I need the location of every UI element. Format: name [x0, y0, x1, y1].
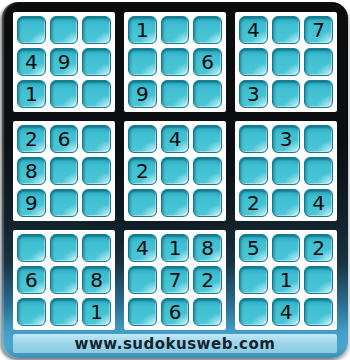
cell-r3c4: 9: [128, 80, 157, 108]
box-4: 2689: [13, 121, 115, 221]
cell-r9c4[interactable]: [128, 298, 157, 326]
cell-r1c7: 4: [239, 16, 268, 44]
cell-r3c2[interactable]: [50, 80, 79, 108]
box-6: 324: [235, 121, 337, 221]
cell-r1c8[interactable]: [272, 16, 301, 44]
box-5: 42: [124, 121, 226, 221]
cell-r4c8: 3: [272, 125, 301, 153]
cell-r8c3: 8: [82, 266, 111, 294]
cell-r1c9: 7: [304, 16, 333, 44]
cell-r9c8: 4: [272, 298, 301, 326]
cell-r6c9: 4: [304, 189, 333, 217]
cell-r4c7[interactable]: [239, 125, 268, 153]
sudoku-board-frame: 4911694732689423246814187265214 www.sudo…: [2, 2, 348, 358]
cell-r8c6: 2: [193, 266, 222, 294]
cell-r1c1[interactable]: [17, 16, 46, 44]
cell-r4c1: 2: [17, 125, 46, 153]
cell-r2c4[interactable]: [128, 48, 157, 76]
cell-r4c2: 6: [50, 125, 79, 153]
cell-r5c6[interactable]: [193, 157, 222, 185]
cell-r4c6[interactable]: [193, 125, 222, 153]
cell-r9c3: 1: [82, 298, 111, 326]
box-8: 418726: [124, 230, 226, 330]
cell-r6c5[interactable]: [161, 189, 190, 217]
cell-r9c5: 6: [161, 298, 190, 326]
cell-r5c3[interactable]: [82, 157, 111, 185]
cell-r2c3[interactable]: [82, 48, 111, 76]
cell-r7c7: 5: [239, 234, 268, 262]
cell-r7c3[interactable]: [82, 234, 111, 262]
cell-r8c4[interactable]: [128, 266, 157, 294]
cell-r6c3[interactable]: [82, 189, 111, 217]
cell-r7c5: 1: [161, 234, 190, 262]
box-7: 681: [13, 230, 115, 330]
cell-r7c2[interactable]: [50, 234, 79, 262]
cell-r3c7: 3: [239, 80, 268, 108]
cell-r4c3[interactable]: [82, 125, 111, 153]
cell-r5c8[interactable]: [272, 157, 301, 185]
cell-r5c9[interactable]: [304, 157, 333, 185]
cell-r2c9[interactable]: [304, 48, 333, 76]
cell-r7c1[interactable]: [17, 234, 46, 262]
cell-r2c8[interactable]: [272, 48, 301, 76]
cell-r7c8[interactable]: [272, 234, 301, 262]
website-url-label: www.sudokusweb.com: [75, 335, 276, 353]
cell-r6c6[interactable]: [193, 189, 222, 217]
footer-band: www.sudokusweb.com: [13, 334, 337, 353]
cell-r3c8[interactable]: [272, 80, 301, 108]
cell-r8c5: 7: [161, 266, 190, 294]
cell-r1c4: 1: [128, 16, 157, 44]
cell-r1c5[interactable]: [161, 16, 190, 44]
cell-r2c6: 6: [193, 48, 222, 76]
box-1: 491: [13, 12, 115, 112]
cell-r7c4: 4: [128, 234, 157, 262]
page: 4911694732689423246814187265214 www.sudo…: [0, 0, 350, 360]
cell-r2c1: 4: [17, 48, 46, 76]
cell-r1c3[interactable]: [82, 16, 111, 44]
cell-r8c1: 6: [17, 266, 46, 294]
cell-r8c7[interactable]: [239, 266, 268, 294]
cell-r9c9[interactable]: [304, 298, 333, 326]
cell-r9c1[interactable]: [17, 298, 46, 326]
cell-r5c7[interactable]: [239, 157, 268, 185]
cell-r2c7[interactable]: [239, 48, 268, 76]
sudoku-grid: 4911694732689423246814187265214: [13, 12, 337, 330]
cell-r1c2[interactable]: [50, 16, 79, 44]
box-3: 473: [235, 12, 337, 112]
cell-r3c5[interactable]: [161, 80, 190, 108]
cell-r8c9[interactable]: [304, 266, 333, 294]
cell-r5c2[interactable]: [50, 157, 79, 185]
cell-r4c9[interactable]: [304, 125, 333, 153]
cell-r6c1: 9: [17, 189, 46, 217]
cell-r7c6: 8: [193, 234, 222, 262]
cell-r6c4[interactable]: [128, 189, 157, 217]
cell-r8c8: 1: [272, 266, 301, 294]
cell-r3c3[interactable]: [82, 80, 111, 108]
cell-r3c6[interactable]: [193, 80, 222, 108]
cell-r6c7: 2: [239, 189, 268, 217]
cell-r5c1: 8: [17, 157, 46, 185]
cell-r8c2[interactable]: [50, 266, 79, 294]
cell-r9c2[interactable]: [50, 298, 79, 326]
cell-r4c4[interactable]: [128, 125, 157, 153]
cell-r4c5: 4: [161, 125, 190, 153]
cell-r6c2[interactable]: [50, 189, 79, 217]
cell-r6c8[interactable]: [272, 189, 301, 217]
box-2: 169: [124, 12, 226, 112]
cell-r5c5[interactable]: [161, 157, 190, 185]
cell-r1c6[interactable]: [193, 16, 222, 44]
cell-r5c4: 2: [128, 157, 157, 185]
cell-r7c9: 2: [304, 234, 333, 262]
cell-r2c5[interactable]: [161, 48, 190, 76]
cell-r9c7[interactable]: [239, 298, 268, 326]
box-9: 5214: [235, 230, 337, 330]
cell-r3c9[interactable]: [304, 80, 333, 108]
cell-r9c6[interactable]: [193, 298, 222, 326]
cell-r2c2: 9: [50, 48, 79, 76]
cell-r3c1: 1: [17, 80, 46, 108]
